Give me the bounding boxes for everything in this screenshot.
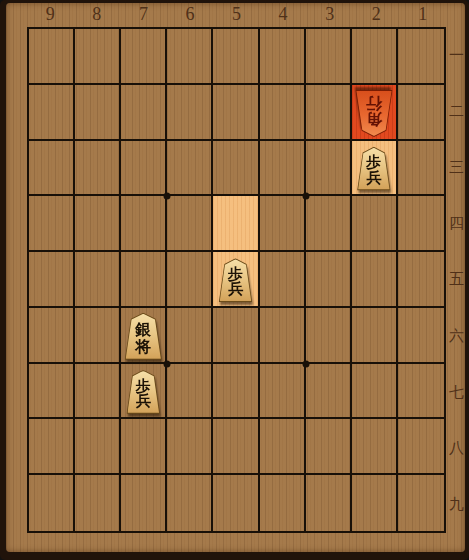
square-39[interactable] — [306, 475, 352, 531]
square-85[interactable] — [75, 252, 121, 308]
piece-kanji: 歩兵 — [218, 265, 253, 300]
rank-label-1: 一 — [445, 27, 468, 83]
square-79[interactable] — [121, 475, 167, 531]
piece-outline: 歩兵 — [355, 147, 392, 191]
file-label-8: 8 — [74, 2, 121, 27]
square-55[interactable]: 歩兵 — [213, 252, 259, 308]
piece-outline: 銀将 — [123, 313, 164, 360]
square-61[interactable] — [167, 29, 213, 85]
file-label-6: 6 — [167, 2, 214, 27]
square-12[interactable] — [398, 85, 444, 141]
square-51[interactable] — [213, 29, 259, 85]
square-88[interactable] — [75, 419, 121, 475]
file-label-1: 1 — [400, 2, 447, 27]
square-68[interactable] — [167, 419, 213, 475]
piece-face: 歩兵 — [218, 259, 253, 301]
square-95[interactable] — [29, 252, 75, 308]
square-94[interactable] — [29, 196, 75, 252]
rank-label-7: 七 — [445, 364, 468, 420]
piece-bishop-gote[interactable]: 角行 — [353, 90, 394, 137]
square-89[interactable] — [75, 475, 121, 531]
square-73[interactable] — [121, 141, 167, 197]
rank-label-3: 三 — [445, 139, 468, 195]
square-14[interactable] — [398, 196, 444, 252]
square-46[interactable] — [260, 308, 306, 364]
square-38[interactable] — [306, 419, 352, 475]
piece-pawn-sente[interactable]: 歩兵 — [125, 370, 162, 414]
square-22[interactable]: 角行 — [352, 85, 398, 141]
square-32[interactable] — [306, 85, 352, 141]
piece-outline: 歩兵 — [125, 370, 162, 414]
square-21[interactable] — [352, 29, 398, 85]
piece-face: 歩兵 — [356, 148, 391, 190]
square-81[interactable] — [75, 29, 121, 85]
square-91[interactable] — [29, 29, 75, 85]
square-99[interactable] — [29, 475, 75, 531]
square-36[interactable] — [306, 308, 352, 364]
square-86[interactable] — [75, 308, 121, 364]
square-33[interactable] — [306, 141, 352, 197]
square-24[interactable] — [352, 196, 398, 252]
square-78[interactable] — [121, 419, 167, 475]
square-98[interactable] — [29, 419, 75, 475]
square-27[interactable] — [352, 364, 398, 420]
shogi-board-app: 987654321 一二三四五六七八九 角行歩兵歩兵銀将歩兵 — [0, 0, 469, 560]
square-47[interactable] — [260, 364, 306, 420]
square-72[interactable] — [121, 85, 167, 141]
piece-face: 歩兵 — [126, 371, 161, 413]
square-45[interactable] — [260, 252, 306, 308]
square-67[interactable] — [167, 364, 213, 420]
piece-silver-sente[interactable]: 銀将 — [123, 313, 164, 360]
square-97[interactable] — [29, 364, 75, 420]
square-93[interactable] — [29, 141, 75, 197]
square-74[interactable] — [121, 196, 167, 252]
square-59[interactable] — [213, 475, 259, 531]
star-point — [302, 193, 309, 200]
square-96[interactable] — [29, 308, 75, 364]
piece-face: 角行 — [354, 91, 393, 136]
board-grid: 角行歩兵歩兵銀将歩兵 — [27, 27, 446, 533]
square-49[interactable] — [260, 475, 306, 531]
square-52[interactable] — [213, 85, 259, 141]
square-63[interactable] — [167, 141, 213, 197]
square-37[interactable] — [306, 364, 352, 420]
rank-label-5: 五 — [445, 252, 468, 308]
piece-pawn-sente[interactable]: 歩兵 — [355, 147, 392, 191]
file-label-2: 2 — [353, 2, 400, 27]
piece-kanji: 銀将 — [124, 320, 163, 357]
file-label-3: 3 — [306, 2, 353, 27]
square-54[interactable] — [213, 196, 259, 252]
square-44[interactable] — [260, 196, 306, 252]
square-62[interactable] — [167, 85, 213, 141]
square-76[interactable]: 銀将 — [121, 308, 167, 364]
rank-labels: 一二三四五六七八九 — [445, 27, 468, 533]
square-58[interactable] — [213, 419, 259, 475]
square-35[interactable] — [306, 252, 352, 308]
square-42[interactable] — [260, 85, 306, 141]
star-point — [302, 360, 309, 367]
square-41[interactable] — [260, 29, 306, 85]
rank-label-4: 四 — [445, 196, 468, 252]
square-83[interactable] — [75, 141, 121, 197]
square-84[interactable] — [75, 196, 121, 252]
star-point — [164, 193, 171, 200]
square-69[interactable] — [167, 475, 213, 531]
square-26[interactable] — [352, 308, 398, 364]
square-87[interactable] — [75, 364, 121, 420]
square-25[interactable] — [352, 252, 398, 308]
square-66[interactable] — [167, 308, 213, 364]
piece-kanji: 歩兵 — [126, 377, 161, 412]
rank-label-2: 二 — [445, 83, 468, 139]
square-18[interactable] — [398, 419, 444, 475]
square-48[interactable] — [260, 419, 306, 475]
square-75[interactable] — [121, 252, 167, 308]
square-34[interactable] — [306, 196, 352, 252]
square-15[interactable] — [398, 252, 444, 308]
rank-label-9: 九 — [445, 477, 468, 533]
file-label-4: 4 — [260, 2, 307, 27]
file-label-9: 9 — [27, 2, 74, 27]
square-53[interactable] — [213, 141, 259, 197]
piece-pawn-sente[interactable]: 歩兵 — [217, 258, 254, 302]
rank-label-8: 八 — [445, 421, 468, 477]
square-28[interactable] — [352, 419, 398, 475]
square-43[interactable] — [260, 141, 306, 197]
square-65[interactable] — [167, 252, 213, 308]
piece-kanji: 角行 — [354, 92, 393, 129]
rank-label-6: 六 — [445, 308, 468, 364]
square-71[interactable] — [121, 29, 167, 85]
square-77[interactable]: 歩兵 — [121, 364, 167, 420]
square-17[interactable] — [398, 364, 444, 420]
star-point — [164, 360, 171, 367]
square-31[interactable] — [306, 29, 352, 85]
square-82[interactable] — [75, 85, 121, 141]
piece-outline: 歩兵 — [217, 258, 254, 302]
square-92[interactable] — [29, 85, 75, 141]
square-11[interactable] — [398, 29, 444, 85]
square-57[interactable] — [213, 364, 259, 420]
square-56[interactable] — [213, 308, 259, 364]
file-labels: 987654321 — [27, 2, 446, 27]
piece-face: 銀将 — [124, 314, 163, 359]
square-64[interactable] — [167, 196, 213, 252]
file-label-7: 7 — [120, 2, 167, 27]
piece-kanji: 歩兵 — [356, 154, 391, 189]
file-label-5: 5 — [213, 2, 260, 27]
square-23[interactable]: 歩兵 — [352, 141, 398, 197]
square-19[interactable] — [398, 475, 444, 531]
square-29[interactable] — [352, 475, 398, 531]
piece-outline: 角行 — [353, 90, 394, 137]
square-16[interactable] — [398, 308, 444, 364]
square-13[interactable] — [398, 141, 444, 197]
